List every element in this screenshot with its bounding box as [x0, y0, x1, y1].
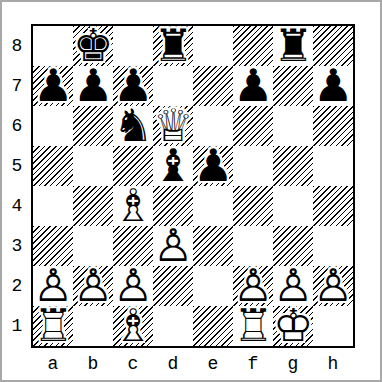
black-bishop-halo: ♝: [153, 146, 193, 186]
square-c3[interactable]: [113, 226, 153, 266]
black-rook-halo: ♜: [273, 26, 313, 66]
square-g6[interactable]: [273, 106, 313, 146]
square-h2[interactable]: ♟♙: [313, 266, 353, 306]
black-pawn-halo: ♟: [313, 66, 353, 106]
square-d8[interactable]: ♜♜: [153, 26, 193, 66]
file-label-f: f: [233, 352, 273, 376]
rank-label-5: 5: [7, 146, 27, 186]
square-g8[interactable]: ♜♜: [273, 26, 313, 66]
square-f6[interactable]: [233, 106, 273, 146]
rank-label-2: 2: [7, 266, 27, 306]
chess-board: ♚♚♜♜♜♜♟♟♟♟♟♟♟♟♟♟♞♞♛♕♝♝♟♟♝♗♟♙♟♙♟♙♟♙♟♙♟♙♟♙…: [31, 24, 355, 348]
square-c6[interactable]: ♞♞: [113, 106, 153, 146]
file-label-h: h: [313, 352, 353, 376]
black-rook-halo: ♜: [153, 26, 193, 66]
black-pawn-piece: ♟: [193, 146, 233, 186]
white-pawn-halo: ♟: [273, 266, 313, 306]
file-label-c: c: [113, 352, 153, 376]
white-pawn-piece: ♙: [313, 266, 353, 306]
black-pawn-piece: ♟: [113, 66, 153, 106]
square-d1[interactable]: [153, 306, 193, 346]
rank-label-1: 1: [7, 306, 27, 346]
file-label-d: d: [153, 352, 193, 376]
black-knight-halo: ♞: [113, 106, 153, 146]
white-pawn-piece: ♙: [273, 266, 313, 306]
square-e3[interactable]: [193, 226, 233, 266]
square-c2[interactable]: ♟♙: [113, 266, 153, 306]
white-queen-halo: ♛: [153, 106, 193, 146]
white-pawn-halo: ♟: [113, 266, 153, 306]
square-b5[interactable]: [73, 146, 113, 186]
square-e6[interactable]: [193, 106, 233, 146]
square-d7[interactable]: [153, 66, 193, 106]
square-a3[interactable]: [33, 226, 73, 266]
white-queen-piece: ♕: [153, 106, 193, 146]
rank-label-3: 3: [7, 226, 27, 266]
square-f2[interactable]: ♟♙: [233, 266, 273, 306]
square-a5[interactable]: [33, 146, 73, 186]
rank-label-6: 6: [7, 106, 27, 146]
white-king-piece: ♔: [273, 306, 313, 346]
square-c4[interactable]: ♝♗: [113, 186, 153, 226]
square-g2[interactable]: ♟♙: [273, 266, 313, 306]
white-bishop-halo: ♝: [113, 306, 153, 346]
square-d6[interactable]: ♛♕: [153, 106, 193, 146]
square-h8[interactable]: [313, 26, 353, 66]
white-pawn-halo: ♟: [313, 266, 353, 306]
square-d3[interactable]: ♟♙: [153, 226, 193, 266]
square-h6[interactable]: [313, 106, 353, 146]
white-pawn-piece: ♙: [153, 226, 193, 266]
rank-label-7: 7: [7, 66, 27, 106]
square-e4[interactable]: [193, 186, 233, 226]
black-king-halo: ♚: [73, 26, 113, 66]
black-rook-piece: ♜: [273, 26, 313, 66]
square-c5[interactable]: [113, 146, 153, 186]
square-g5[interactable]: [273, 146, 313, 186]
rank-label-8: 8: [7, 26, 27, 66]
black-pawn-halo: ♟: [33, 66, 73, 106]
white-pawn-piece: ♙: [113, 266, 153, 306]
square-f5[interactable]: [233, 146, 273, 186]
white-pawn-piece: ♙: [233, 266, 273, 306]
square-e5[interactable]: ♟♟: [193, 146, 233, 186]
white-rook-halo: ♜: [33, 306, 73, 346]
black-pawn-piece: ♟: [233, 66, 273, 106]
square-f7[interactable]: ♟♟: [233, 66, 273, 106]
black-pawn-halo: ♟: [193, 146, 233, 186]
rank-label-4: 4: [7, 186, 27, 226]
black-pawn-halo: ♟: [233, 66, 273, 106]
square-b2[interactable]: ♟♙: [73, 266, 113, 306]
file-label-a: a: [33, 352, 73, 376]
black-pawn-halo: ♟: [113, 66, 153, 106]
square-g3[interactable]: [273, 226, 313, 266]
square-b8[interactable]: ♚♚: [73, 26, 113, 66]
white-pawn-piece: ♙: [73, 266, 113, 306]
square-d2[interactable]: [153, 266, 193, 306]
black-knight-piece: ♞: [113, 106, 153, 146]
black-pawn-piece: ♟: [313, 66, 353, 106]
square-a6[interactable]: [33, 106, 73, 146]
square-h3[interactable]: [313, 226, 353, 266]
chess-diagram-frame: ♚♚♜♜♜♜♟♟♟♟♟♟♟♟♟♟♞♞♛♕♝♝♟♟♝♗♟♙♟♙♟♙♟♙♟♙♟♙♟♙…: [0, 0, 382, 382]
file-label-e: e: [193, 352, 233, 376]
square-b1[interactable]: [73, 306, 113, 346]
square-h1[interactable]: [313, 306, 353, 346]
square-b7[interactable]: ♟♟: [73, 66, 113, 106]
square-a2[interactable]: ♟♙: [33, 266, 73, 306]
square-a4[interactable]: [33, 186, 73, 226]
square-a7[interactable]: ♟♟: [33, 66, 73, 106]
black-pawn-piece: ♟: [33, 66, 73, 106]
white-pawn-piece: ♙: [33, 266, 73, 306]
square-e7[interactable]: [193, 66, 233, 106]
square-h4[interactable]: [313, 186, 353, 226]
square-d5[interactable]: ♝♝: [153, 146, 193, 186]
white-bishop-piece: ♗: [113, 186, 153, 226]
file-label-b: b: [73, 352, 113, 376]
square-b6[interactable]: [73, 106, 113, 146]
white-pawn-halo: ♟: [33, 266, 73, 306]
white-bishop-halo: ♝: [113, 186, 153, 226]
square-d4[interactable]: [153, 186, 193, 226]
square-e2[interactable]: [193, 266, 233, 306]
square-h5[interactable]: [313, 146, 353, 186]
white-king-halo: ♚: [273, 306, 313, 346]
white-pawn-halo: ♟: [153, 226, 193, 266]
square-b4[interactable]: [73, 186, 113, 226]
square-e1[interactable]: [193, 306, 233, 346]
square-f1[interactable]: ♜♖: [233, 306, 273, 346]
white-bishop-piece: ♗: [113, 306, 153, 346]
black-pawn-piece: ♟: [73, 66, 113, 106]
black-bishop-piece: ♝: [153, 146, 193, 186]
square-h7[interactable]: ♟♟: [313, 66, 353, 106]
file-label-g: g: [273, 352, 313, 376]
square-c7[interactable]: ♟♟: [113, 66, 153, 106]
square-a1[interactable]: ♜♖: [33, 306, 73, 346]
white-rook-piece: ♖: [33, 306, 73, 346]
white-rook-halo: ♜: [233, 306, 273, 346]
square-g1[interactable]: ♚♔: [273, 306, 313, 346]
square-c8[interactable]: [113, 26, 153, 66]
square-a8[interactable]: [33, 26, 73, 66]
square-g7[interactable]: [273, 66, 313, 106]
black-rook-piece: ♜: [153, 26, 193, 66]
square-c1[interactable]: ♝♗: [113, 306, 153, 346]
square-f3[interactable]: [233, 226, 273, 266]
white-rook-piece: ♖: [233, 306, 273, 346]
square-g4[interactable]: [273, 186, 313, 226]
white-pawn-halo: ♟: [73, 266, 113, 306]
square-b3[interactable]: [73, 226, 113, 266]
square-f4[interactable]: [233, 186, 273, 226]
square-e8[interactable]: [193, 26, 233, 66]
black-pawn-halo: ♟: [73, 66, 113, 106]
white-pawn-halo: ♟: [233, 266, 273, 306]
black-king-piece: ♚: [73, 26, 113, 66]
square-f8[interactable]: [233, 26, 273, 66]
